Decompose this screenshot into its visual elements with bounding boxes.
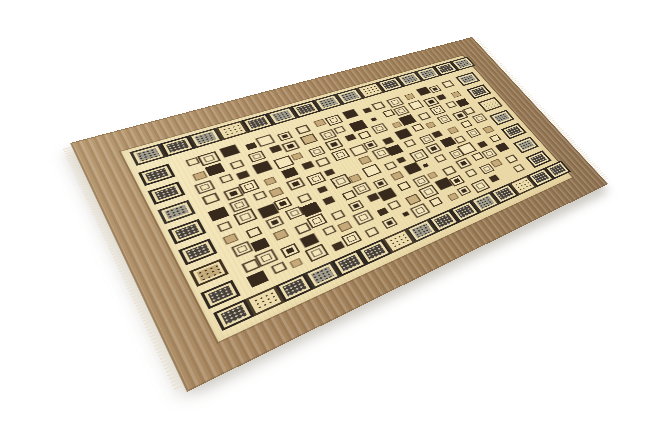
dark-square	[317, 186, 328, 194]
outline-square	[441, 80, 454, 88]
dark-square	[431, 130, 442, 138]
outline-square	[465, 169, 478, 178]
dark-square	[323, 196, 336, 205]
dark-square	[245, 142, 257, 150]
rug	[70, 37, 608, 392]
outline-square	[365, 227, 380, 238]
ring-square-gray	[157, 200, 195, 224]
dark-center-square	[381, 217, 397, 229]
tan-square	[425, 122, 436, 129]
outline-square	[371, 101, 386, 110]
tan-square	[222, 233, 238, 244]
outline-square	[489, 134, 501, 142]
outline-square	[513, 164, 525, 173]
tan-square	[348, 174, 361, 183]
dark-square	[489, 174, 500, 182]
dark-square	[495, 142, 509, 152]
outline-square	[434, 154, 447, 163]
outline-square	[404, 139, 417, 147]
dark-square	[397, 157, 407, 164]
outline-square	[201, 193, 220, 206]
dark-square	[363, 107, 373, 113]
dark-square	[324, 169, 335, 177]
dark-square	[236, 171, 250, 180]
dark-square	[422, 163, 428, 167]
tan-square	[427, 172, 438, 180]
dark-square	[403, 211, 411, 217]
outline-square	[397, 181, 411, 191]
tan-square	[490, 159, 502, 168]
dark-center-square	[457, 185, 472, 196]
outline-square	[253, 191, 268, 201]
dark-square	[436, 94, 446, 100]
dark-square	[331, 241, 345, 251]
photo-scene	[0, 0, 650, 433]
dark-square	[342, 109, 358, 119]
tan-square	[390, 171, 404, 180]
outline-square	[429, 197, 443, 207]
tan-square	[273, 229, 289, 241]
dark-square	[345, 134, 357, 142]
tan-square	[290, 258, 303, 268]
tan-square	[404, 93, 415, 100]
tan-square	[448, 193, 460, 201]
outline-square	[271, 262, 287, 275]
ring-square-char	[148, 182, 186, 205]
outline-square	[216, 221, 232, 232]
outline-square	[322, 225, 336, 236]
dark-square	[376, 207, 388, 216]
dark-square	[370, 117, 377, 121]
outline-square	[334, 126, 347, 134]
tan-square	[359, 156, 373, 165]
dark-square	[301, 161, 314, 170]
dark-square	[269, 145, 282, 154]
tan-square	[291, 152, 303, 160]
outline-square	[387, 200, 401, 210]
outline-square	[219, 174, 234, 184]
